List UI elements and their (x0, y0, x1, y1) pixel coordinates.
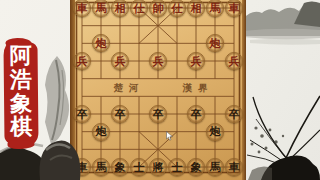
video-frame: 楚河 漢界 車馬相仕帥仕相馬車炮炮兵兵兵兵兵卒卒卒卒卒炮炮車馬象士將士象馬車 阿… (0, 0, 320, 180)
banner-char-1: 阿 (9, 44, 31, 68)
mouse-cursor-icon (166, 131, 174, 141)
banner-char-4: 棋 (10, 115, 32, 139)
channel-banner: 阿 浩 象 棋 (3, 41, 38, 146)
ink-rock-foreground (0, 0, 320, 180)
banner-char-3: 象 (10, 91, 32, 115)
banner-char-2: 浩 (10, 68, 32, 92)
